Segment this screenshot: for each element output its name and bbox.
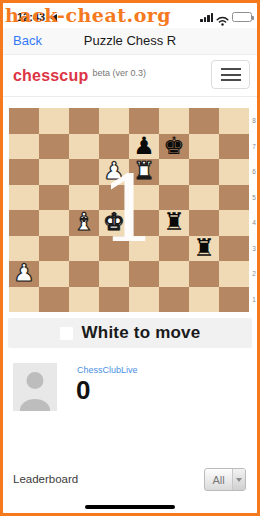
rank-label-4: 4 xyxy=(250,210,258,236)
piece-black-rook[interactable]: ♜ xyxy=(163,210,185,236)
square-f6[interactable] xyxy=(159,159,189,185)
square-b5[interactable] xyxy=(39,185,69,211)
filter-selected-value: All xyxy=(205,474,232,486)
square-f4[interactable]: ♜ xyxy=(159,210,189,236)
piece-white-bishop[interactable]: ♝ xyxy=(73,210,95,236)
wifi-icon xyxy=(216,12,229,22)
square-d8[interactable] xyxy=(99,108,129,134)
square-f2[interactable] xyxy=(159,261,189,287)
square-b7[interactable] xyxy=(39,134,69,160)
player-score: 0 xyxy=(76,375,90,406)
square-a3[interactable] xyxy=(9,236,39,262)
rank-label-2: 2 xyxy=(250,261,258,287)
brand-logo: chesscup xyxy=(13,67,88,85)
square-h7[interactable] xyxy=(219,134,249,160)
watermark-text: hack-cheat.org xyxy=(5,4,171,26)
square-b4[interactable] xyxy=(39,210,69,236)
countdown-overlay: 1 xyxy=(100,164,159,256)
avatar-person-icon xyxy=(27,372,44,389)
home-indicator[interactable] xyxy=(85,505,175,510)
square-c7[interactable] xyxy=(69,134,99,160)
square-c1[interactable] xyxy=(69,287,99,313)
square-h5[interactable] xyxy=(219,185,249,211)
square-h2[interactable] xyxy=(219,261,249,287)
square-g5[interactable] xyxy=(189,185,219,211)
beta-version-label: beta (ver 0.3) xyxy=(92,68,146,78)
square-b6[interactable] xyxy=(39,159,69,185)
side-to-move-indicator xyxy=(60,327,73,340)
leaderboard-filter-select[interactable]: All xyxy=(204,468,246,491)
square-g6[interactable] xyxy=(189,159,219,185)
square-f1[interactable] xyxy=(159,287,189,313)
battery-icon xyxy=(232,12,252,22)
player-name-link[interactable]: ChessClubLive xyxy=(77,365,138,375)
square-g8[interactable] xyxy=(189,108,219,134)
square-d1[interactable] xyxy=(99,287,129,313)
square-f7[interactable]: ♚ xyxy=(159,134,189,160)
square-f3[interactable] xyxy=(159,236,189,262)
status-icons xyxy=(200,12,252,22)
square-e8[interactable] xyxy=(129,108,159,134)
chevron-down-icon xyxy=(236,478,242,482)
app-header: chesscup beta (ver 0.3) xyxy=(3,56,257,97)
square-g2[interactable] xyxy=(189,261,219,287)
nav-bar: Back Puzzle Chess R xyxy=(3,28,257,55)
piece-white-pawn[interactable]: ♟ xyxy=(13,261,35,287)
square-h3[interactable] xyxy=(219,236,249,262)
square-a8[interactable] xyxy=(9,108,39,134)
square-d2[interactable] xyxy=(99,261,129,287)
square-b8[interactable] xyxy=(39,108,69,134)
select-arrow xyxy=(232,469,245,490)
square-f8[interactable] xyxy=(159,108,189,134)
move-indicator-bar: White to move xyxy=(8,318,252,348)
square-b2[interactable] xyxy=(39,261,69,287)
hamburger-menu-button[interactable] xyxy=(211,60,250,89)
square-h1[interactable] xyxy=(219,287,249,313)
rank-label-8: 8 xyxy=(250,108,258,134)
square-a6[interactable] xyxy=(9,159,39,185)
page-title: Puzzle Chess R xyxy=(3,33,257,48)
square-g1[interactable] xyxy=(189,287,219,313)
square-b3[interactable] xyxy=(39,236,69,262)
rank-label-6: 6 xyxy=(250,159,258,185)
square-c6[interactable] xyxy=(69,159,99,185)
avatar xyxy=(13,363,57,411)
square-c8[interactable] xyxy=(69,108,99,134)
square-e1[interactable] xyxy=(129,287,159,313)
leaderboard-label: Leaderboard xyxy=(13,473,78,485)
square-c4[interactable]: ♝ xyxy=(69,210,99,236)
square-a1[interactable] xyxy=(9,287,39,313)
square-h6[interactable] xyxy=(219,159,249,185)
square-f5[interactable] xyxy=(159,185,189,211)
square-g3[interactable]: ♜ xyxy=(189,236,219,262)
square-h4[interactable] xyxy=(219,210,249,236)
piece-black-king[interactable]: ♚ xyxy=(163,134,185,160)
square-g4[interactable] xyxy=(189,210,219,236)
square-c3[interactable] xyxy=(69,236,99,262)
square-e2[interactable] xyxy=(129,261,159,287)
piece-black-rook[interactable]: ♜ xyxy=(193,236,215,262)
square-g7[interactable] xyxy=(189,134,219,160)
square-c5[interactable] xyxy=(69,185,99,211)
square-a5[interactable] xyxy=(9,185,39,211)
chess-board-area: ♟♚♟♜♝♚♜♜♟ 87654321 1 xyxy=(9,108,257,312)
square-c2[interactable] xyxy=(69,261,99,287)
square-b1[interactable] xyxy=(39,287,69,313)
square-h8[interactable] xyxy=(219,108,249,134)
rank-labels: 87654321 xyxy=(250,108,258,312)
rank-label-5: 5 xyxy=(250,185,258,211)
cellular-signal-icon xyxy=(200,13,213,22)
rank-label-7: 7 xyxy=(250,134,258,160)
square-a7[interactable] xyxy=(9,134,39,160)
app-screen: hack-cheat.org 12:43 Back Puzzle Chess R… xyxy=(0,0,260,516)
square-a4[interactable] xyxy=(9,210,39,236)
rank-label-1: 1 xyxy=(250,287,258,313)
rank-label-3: 3 xyxy=(250,236,258,262)
square-a2[interactable]: ♟ xyxy=(9,261,39,287)
move-indicator-text: White to move xyxy=(82,323,201,343)
